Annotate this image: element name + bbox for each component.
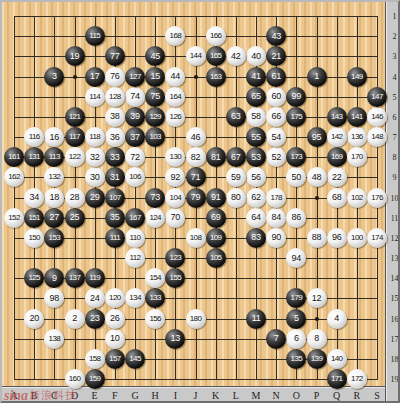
stone-146-white[interactable]: 146 bbox=[367, 107, 387, 127]
stone-165-black[interactable]: 165 bbox=[206, 46, 226, 66]
stone-68-white[interactable]: 68 bbox=[327, 188, 347, 208]
stone-133-black[interactable]: 133 bbox=[145, 288, 165, 308]
stone-159-black[interactable]: 159 bbox=[85, 369, 105, 389]
stone-144-white[interactable]: 144 bbox=[186, 46, 206, 66]
stone-61-black[interactable]: 61 bbox=[266, 67, 286, 87]
grid-line-horizontal bbox=[14, 258, 378, 259]
stone-148-white[interactable]: 148 bbox=[367, 127, 387, 147]
stone-92-white[interactable]: 92 bbox=[165, 167, 185, 187]
stone-150-white[interactable]: 150 bbox=[24, 228, 44, 248]
stone-99-black[interactable]: 99 bbox=[286, 87, 306, 107]
stone-160-white[interactable]: 160 bbox=[65, 369, 85, 389]
stone-56-white[interactable]: 56 bbox=[246, 167, 266, 187]
stone-22-white[interactable]: 22 bbox=[327, 167, 347, 187]
stone-179-black[interactable]: 179 bbox=[286, 288, 306, 308]
stone-156-white[interactable]: 156 bbox=[145, 309, 165, 329]
stone-50-white[interactable]: 50 bbox=[286, 167, 306, 187]
stone-58-white[interactable]: 58 bbox=[246, 107, 266, 127]
stone-164-white[interactable]: 164 bbox=[165, 87, 185, 107]
column-label-L: L bbox=[229, 390, 243, 402]
stone-59-white[interactable]: 59 bbox=[226, 167, 246, 187]
stone-121-black[interactable]: 121 bbox=[65, 107, 85, 127]
stone-32-white[interactable]: 32 bbox=[85, 147, 105, 167]
stone-91-black[interactable]: 91 bbox=[206, 188, 226, 208]
stone-167-black[interactable]: 167 bbox=[125, 208, 145, 228]
stone-7-black[interactable]: 7 bbox=[266, 329, 286, 349]
stone-2-white[interactable]: 2 bbox=[65, 309, 85, 329]
stone-41-black[interactable]: 41 bbox=[246, 67, 266, 87]
stone-128-white[interactable]: 128 bbox=[105, 87, 125, 107]
row-label-4: 4 bbox=[387, 73, 400, 82]
stone-154-white[interactable]: 154 bbox=[145, 268, 165, 288]
stone-163-black[interactable]: 163 bbox=[206, 67, 226, 87]
stone-112-white[interactable]: 112 bbox=[125, 248, 145, 268]
stone-139-black[interactable]: 139 bbox=[307, 349, 327, 369]
stone-71-black[interactable]: 71 bbox=[186, 167, 206, 187]
column-label-B: B bbox=[27, 390, 41, 402]
stone-8-white[interactable]: 8 bbox=[307, 329, 327, 349]
column-label-C: C bbox=[47, 390, 61, 402]
stone-79-black[interactable]: 79 bbox=[186, 188, 206, 208]
column-label-S: S bbox=[370, 390, 384, 402]
stone-143-black[interactable]: 143 bbox=[327, 107, 347, 127]
stone-118-white[interactable]: 118 bbox=[85, 127, 105, 147]
stone-18-white[interactable]: 18 bbox=[44, 188, 64, 208]
row-label-12: 12 bbox=[387, 234, 400, 243]
column-label-D: D bbox=[68, 390, 82, 402]
stone-169-black[interactable]: 169 bbox=[327, 147, 347, 167]
stone-67-black[interactable]: 67 bbox=[226, 147, 246, 167]
stone-140-white[interactable]: 140 bbox=[327, 349, 347, 369]
stone-111-black[interactable]: 111 bbox=[105, 228, 125, 248]
stone-30-white[interactable]: 30 bbox=[85, 167, 105, 187]
stone-135-black[interactable]: 135 bbox=[286, 349, 306, 369]
stone-102-white[interactable]: 102 bbox=[347, 188, 367, 208]
star-point bbox=[315, 317, 319, 321]
stone-172-white[interactable]: 172 bbox=[347, 369, 367, 389]
stone-151-black[interactable]: 151 bbox=[24, 208, 44, 228]
column-label-K: K bbox=[209, 390, 223, 402]
column-label-J: J bbox=[189, 390, 203, 402]
row-labels-strip: 12345678910111213141516171819 bbox=[385, 2, 400, 403]
stone-25-black[interactable]: 25 bbox=[65, 208, 85, 228]
stone-113-black[interactable]: 113 bbox=[44, 147, 64, 167]
stone-94-white[interactable]: 94 bbox=[286, 248, 306, 268]
stone-180-white[interactable]: 180 bbox=[186, 309, 206, 329]
stone-77-black[interactable]: 77 bbox=[105, 46, 125, 66]
stone-162-white[interactable]: 162 bbox=[4, 167, 24, 187]
stone-60-white[interactable]: 60 bbox=[266, 87, 286, 107]
stone-54-white[interactable]: 54 bbox=[266, 127, 286, 147]
stone-36-white[interactable]: 36 bbox=[105, 127, 125, 147]
stone-33-black[interactable]: 33 bbox=[105, 147, 125, 167]
stone-43-black[interactable]: 43 bbox=[266, 26, 286, 46]
stone-176-white[interactable]: 176 bbox=[367, 188, 387, 208]
stone-6-white[interactable]: 6 bbox=[286, 329, 306, 349]
stone-155-black[interactable]: 155 bbox=[165, 268, 185, 288]
row-label-11: 11 bbox=[387, 214, 400, 223]
stone-120-white[interactable]: 120 bbox=[105, 288, 125, 308]
stone-124-white[interactable]: 124 bbox=[145, 208, 165, 228]
row-label-10: 10 bbox=[387, 194, 400, 203]
row-label-9: 9 bbox=[387, 173, 400, 182]
stone-131-black[interactable]: 131 bbox=[24, 147, 44, 167]
stone-48-white[interactable]: 48 bbox=[307, 167, 327, 187]
stone-149-black[interactable]: 149 bbox=[347, 67, 367, 87]
stone-62-white[interactable]: 62 bbox=[246, 188, 266, 208]
row-label-14: 14 bbox=[387, 274, 400, 283]
stone-141-black[interactable]: 141 bbox=[347, 107, 367, 127]
stone-37-black[interactable]: 37 bbox=[125, 127, 145, 147]
stone-29-black[interactable]: 29 bbox=[85, 188, 105, 208]
stone-100-white[interactable]: 100 bbox=[347, 228, 367, 248]
stone-84-white[interactable]: 84 bbox=[266, 208, 286, 228]
stone-129-black[interactable]: 129 bbox=[145, 107, 165, 127]
stone-152-white[interactable]: 152 bbox=[4, 208, 24, 228]
stone-173-black[interactable]: 173 bbox=[286, 147, 306, 167]
stone-168-white[interactable]: 168 bbox=[165, 26, 185, 46]
stone-110-white[interactable]: 110 bbox=[125, 228, 145, 248]
column-label-N: N bbox=[269, 390, 283, 402]
stone-52-white[interactable]: 52 bbox=[266, 147, 286, 167]
stone-19-black[interactable]: 19 bbox=[65, 46, 85, 66]
stone-122-white[interactable]: 122 bbox=[65, 147, 85, 167]
row-label-8: 8 bbox=[387, 153, 400, 162]
stone-136-white[interactable]: 136 bbox=[347, 127, 367, 147]
stone-76-white[interactable]: 76 bbox=[105, 67, 125, 87]
stone-17-black[interactable]: 17 bbox=[85, 67, 105, 87]
stone-125-black[interactable]: 125 bbox=[24, 268, 44, 288]
stone-134-white[interactable]: 134 bbox=[125, 288, 145, 308]
stone-39-black[interactable]: 39 bbox=[125, 107, 145, 127]
stone-24-white[interactable]: 24 bbox=[85, 288, 105, 308]
stone-72-white[interactable]: 72 bbox=[125, 147, 145, 167]
stone-55-black[interactable]: 55 bbox=[246, 127, 266, 147]
stone-80-white[interactable]: 80 bbox=[226, 188, 246, 208]
stone-11-black[interactable]: 11 bbox=[246, 309, 266, 329]
star-point bbox=[315, 196, 319, 200]
stone-13-black[interactable]: 13 bbox=[165, 329, 185, 349]
stone-15-black[interactable]: 15 bbox=[145, 67, 165, 87]
stone-158-white[interactable]: 158 bbox=[85, 349, 105, 369]
stone-123-black[interactable]: 123 bbox=[165, 248, 185, 268]
stone-46-white[interactable]: 46 bbox=[186, 127, 206, 147]
stone-23-black[interactable]: 23 bbox=[85, 309, 105, 329]
column-label-H: H bbox=[148, 390, 162, 402]
stone-83-black[interactable]: 83 bbox=[246, 228, 266, 248]
stone-4-white[interactable]: 4 bbox=[327, 309, 347, 329]
stone-145-black[interactable]: 145 bbox=[125, 349, 145, 369]
row-label-2: 2 bbox=[387, 32, 400, 41]
stone-40-white[interactable]: 40 bbox=[246, 46, 266, 66]
stone-161-black[interactable]: 161 bbox=[4, 147, 24, 167]
stone-175-black[interactable]: 175 bbox=[286, 107, 306, 127]
row-label-17: 17 bbox=[387, 335, 400, 344]
row-label-1: 1 bbox=[387, 12, 400, 21]
column-label-G: G bbox=[128, 390, 142, 402]
stone-38-white[interactable]: 38 bbox=[105, 107, 125, 127]
stone-82-white[interactable]: 82 bbox=[186, 147, 206, 167]
stone-27-black[interactable]: 27 bbox=[44, 208, 64, 228]
row-label-3: 3 bbox=[387, 52, 400, 61]
stone-63-black[interactable]: 63 bbox=[226, 107, 246, 127]
stone-65-black[interactable]: 65 bbox=[246, 87, 266, 107]
stone-70-white[interactable]: 70 bbox=[165, 208, 185, 228]
stone-105-black[interactable]: 105 bbox=[206, 248, 226, 268]
stone-132-white[interactable]: 132 bbox=[44, 167, 64, 187]
stone-16-white[interactable]: 16 bbox=[44, 127, 64, 147]
stone-73-black[interactable]: 73 bbox=[145, 188, 165, 208]
stone-130-white[interactable]: 130 bbox=[165, 147, 185, 167]
go-kifu-window: 1234567891011121315161718192021222324252… bbox=[0, 0, 400, 403]
stone-28-white[interactable]: 28 bbox=[65, 188, 85, 208]
stone-103-black[interactable]: 103 bbox=[145, 127, 165, 147]
star-point bbox=[73, 75, 77, 79]
stone-171-black[interactable]: 171 bbox=[327, 369, 347, 389]
row-label-16: 16 bbox=[387, 315, 400, 324]
stone-75-black[interactable]: 75 bbox=[145, 87, 165, 107]
row-label-18: 18 bbox=[387, 355, 400, 364]
column-label-A: A bbox=[7, 390, 21, 402]
stone-42-white[interactable]: 42 bbox=[226, 46, 246, 66]
stone-81-black[interactable]: 81 bbox=[206, 147, 226, 167]
stone-106-white[interactable]: 106 bbox=[125, 167, 145, 187]
stone-44-white[interactable]: 44 bbox=[165, 67, 185, 87]
stone-107-black[interactable]: 107 bbox=[105, 188, 125, 208]
row-label-13: 13 bbox=[387, 254, 400, 263]
row-label-5: 5 bbox=[387, 93, 400, 102]
stone-114-white[interactable]: 114 bbox=[85, 87, 105, 107]
stone-109-black[interactable]: 109 bbox=[206, 228, 226, 248]
stone-147-black[interactable]: 147 bbox=[367, 87, 387, 107]
column-label-P: P bbox=[310, 390, 324, 402]
stone-10-white[interactable]: 10 bbox=[105, 329, 125, 349]
column-label-E: E bbox=[88, 390, 102, 402]
stone-26-white[interactable]: 26 bbox=[105, 309, 125, 329]
stone-98-white[interactable]: 98 bbox=[44, 288, 64, 308]
stone-178-white[interactable]: 178 bbox=[266, 188, 286, 208]
stone-127-black[interactable]: 127 bbox=[125, 67, 145, 87]
stone-9-black[interactable]: 9 bbox=[44, 268, 64, 288]
column-label-R: R bbox=[350, 390, 364, 402]
stone-174-white[interactable]: 174 bbox=[367, 228, 387, 248]
stone-86-white[interactable]: 86 bbox=[286, 208, 306, 228]
row-label-19: 19 bbox=[387, 375, 400, 384]
stone-170-white[interactable]: 170 bbox=[347, 147, 367, 167]
stone-69-black[interactable]: 69 bbox=[206, 208, 226, 228]
stone-108-white[interactable]: 108 bbox=[186, 228, 206, 248]
stone-74-white[interactable]: 74 bbox=[125, 87, 145, 107]
star-point bbox=[194, 75, 198, 79]
stone-104-white[interactable]: 104 bbox=[165, 188, 185, 208]
stone-88-white[interactable]: 88 bbox=[307, 228, 327, 248]
go-board[interactable]: 1234567891011121315161718192021222324252… bbox=[2, 2, 385, 386]
stone-53-black[interactable]: 53 bbox=[246, 147, 266, 167]
stone-64-white[interactable]: 64 bbox=[246, 208, 266, 228]
stone-45-black[interactable]: 45 bbox=[145, 46, 165, 66]
stone-12-white[interactable]: 12 bbox=[307, 288, 327, 308]
stone-5-black[interactable]: 5 bbox=[286, 309, 306, 329]
stone-119-black[interactable]: 119 bbox=[85, 268, 105, 288]
column-label-I: I bbox=[168, 390, 182, 402]
column-label-M: M bbox=[249, 390, 263, 402]
stone-96-white[interactable]: 96 bbox=[327, 228, 347, 248]
stone-90-white[interactable]: 90 bbox=[266, 228, 286, 248]
stone-66-white[interactable]: 66 bbox=[266, 107, 286, 127]
stone-21-black[interactable]: 21 bbox=[266, 46, 286, 66]
stone-116-white[interactable]: 116 bbox=[24, 127, 44, 147]
stone-34-white[interactable]: 34 bbox=[24, 188, 44, 208]
stone-35-black[interactable]: 35 bbox=[105, 208, 125, 228]
stone-153-black[interactable]: 153 bbox=[44, 228, 64, 248]
stone-126-white[interactable]: 126 bbox=[165, 107, 185, 127]
column-label-O: O bbox=[289, 390, 303, 402]
stone-95-black[interactable]: 95 bbox=[307, 127, 327, 147]
stone-157-black[interactable]: 157 bbox=[105, 349, 125, 369]
row-label-7: 7 bbox=[387, 133, 400, 142]
stone-1-black[interactable]: 1 bbox=[307, 67, 327, 87]
stone-166-white[interactable]: 166 bbox=[206, 26, 226, 46]
row-label-6: 6 bbox=[387, 113, 400, 122]
stone-137-black[interactable]: 137 bbox=[65, 268, 85, 288]
stone-115-black[interactable]: 115 bbox=[85, 26, 105, 46]
stone-20-white[interactable]: 20 bbox=[24, 309, 44, 329]
column-label-F: F bbox=[108, 390, 122, 402]
column-labels-strip: ABCDEFGHIJKLMNOPQRS bbox=[2, 386, 385, 403]
row-label-15: 15 bbox=[387, 294, 400, 303]
column-label-Q: Q bbox=[330, 390, 344, 402]
stone-3-black[interactable]: 3 bbox=[44, 67, 64, 87]
stone-117-black[interactable]: 117 bbox=[65, 127, 85, 147]
stone-142-white[interactable]: 142 bbox=[327, 127, 347, 147]
stone-138-white[interactable]: 138 bbox=[44, 329, 64, 349]
stone-31-black[interactable]: 31 bbox=[105, 167, 125, 187]
